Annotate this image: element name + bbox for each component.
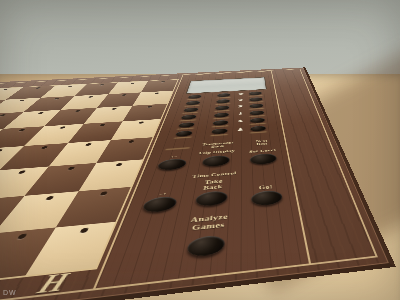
piece-symbol-icon: ♝ <box>236 111 245 115</box>
key-label-engraving <box>216 97 230 98</box>
key-label-engraving <box>250 123 266 125</box>
key-label-engraving <box>210 134 227 136</box>
piece-symbol-icon: ♚ <box>237 92 245 95</box>
piece-symbol-icon: ♞ <box>235 119 245 123</box>
set-level-key-label: Next Best <box>247 139 277 147</box>
take-back-key-label: Take Back <box>192 178 234 192</box>
sensor-hole <box>99 192 107 196</box>
sensor-hole <box>67 167 75 171</box>
board-frame: H ♚♛♜♝♞♟←→Tournament BookFlip DisplayTim… <box>0 67 396 300</box>
sensor-hole <box>88 96 93 98</box>
key-label-engraving <box>214 110 229 112</box>
sensor-hole <box>0 114 6 116</box>
key-label-engraving <box>177 128 194 130</box>
sensor-hole <box>99 84 104 85</box>
key-label-engraving <box>249 115 264 117</box>
sensor-hole <box>154 93 159 95</box>
sensor-hole <box>45 196 54 200</box>
sensor-hole <box>138 122 144 124</box>
key-label-engraving <box>249 101 263 103</box>
key-label-engraving <box>182 112 198 114</box>
sensor-hole <box>40 146 48 149</box>
sensor-hole <box>99 124 105 126</box>
key-label-engraving <box>213 117 229 119</box>
sensor-hole <box>16 234 27 240</box>
photo-watermark: DW <box>3 289 17 296</box>
set-level-key[interactable] <box>250 153 277 165</box>
key-label-engraving <box>180 119 196 121</box>
analyze-games-key-label: Analyze Games <box>177 212 240 233</box>
sensor-hole <box>0 149 3 152</box>
key-label-engraving <box>250 131 267 133</box>
key-label-engraving <box>165 147 190 150</box>
sensor-hole <box>79 228 89 234</box>
sensor-hole <box>130 83 134 84</box>
key-label-engraving <box>212 125 229 127</box>
go-key[interactable] <box>251 190 283 207</box>
piece-symbol-icon: ♜ <box>236 104 245 108</box>
sensor-hole <box>53 98 59 100</box>
perspective-layer: H ♚♛♜♝♞♟←→Tournament BookFlip DisplayTim… <box>0 0 400 300</box>
piece-symbol-icon: ♟ <box>235 127 245 132</box>
key-label-engraving <box>174 136 192 138</box>
key-label-engraving <box>187 99 202 100</box>
sensor-hole <box>121 94 126 96</box>
sensor-hole <box>128 140 134 143</box>
sensor-hole <box>18 100 24 102</box>
key-label-engraving <box>185 105 200 107</box>
photo-scene: H ♚♛♜♝♞♟←→Tournament BookFlip DisplayTim… <box>0 0 400 300</box>
key-label-engraving <box>249 95 263 96</box>
sensor-hole <box>35 87 41 89</box>
key-label-engraving <box>215 103 230 105</box>
sensor-hole <box>161 81 165 82</box>
sensor-hole <box>37 112 43 114</box>
sensor-hole <box>75 110 81 112</box>
take-back-key[interactable] <box>195 190 228 207</box>
piece-symbol-icon: ♛ <box>236 98 245 101</box>
sensor-hole <box>59 126 66 128</box>
sensor-hole <box>85 143 92 146</box>
sensor-hole <box>115 163 122 166</box>
analyze-games-key[interactable] <box>186 235 225 258</box>
flip-display-key[interactable] <box>202 155 230 167</box>
arrow-right-key[interactable] <box>141 196 178 214</box>
sensor-hole <box>17 170 26 174</box>
sensor-hole <box>147 106 152 108</box>
sensor-hole <box>67 86 72 88</box>
sensor-hole <box>111 108 116 110</box>
arrow-left-key[interactable] <box>156 158 187 171</box>
key-label-engraving <box>249 108 264 110</box>
sensor-hole <box>18 129 25 131</box>
sensor-hole <box>2 89 8 91</box>
